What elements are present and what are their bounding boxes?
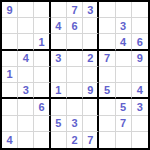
sudoku-cell-r8c3[interactable] [34, 116, 50, 132]
sudoku-cell-r5c9[interactable] [132, 67, 148, 83]
sudoku-cell-r3c5[interactable] [67, 34, 83, 50]
sudoku-cell-r2c4[interactable]: 4 [51, 18, 67, 34]
sudoku-cell-r4c6[interactable]: 2 [83, 51, 99, 67]
sudoku-cell-r6c2[interactable]: 3 [18, 83, 34, 99]
sudoku-cell-r8c6[interactable] [83, 116, 99, 132]
sudoku-cell-r7c5[interactable] [67, 99, 83, 115]
sudoku-cell-r4c3[interactable] [34, 51, 50, 67]
sudoku-cell-r8c8[interactable]: 7 [116, 116, 132, 132]
sudoku-cell-r9c2[interactable] [18, 132, 34, 148]
sudoku-cell-r5c4[interactable] [51, 67, 67, 83]
sudoku-cell-r6c3[interactable] [34, 83, 50, 99]
sudoku-cell-r5c8[interactable] [116, 67, 132, 83]
sudoku-cell-r3c9[interactable]: 6 [132, 34, 148, 50]
sudoku-cell-r2c9[interactable] [132, 18, 148, 34]
sudoku-cell-r7c4[interactable] [51, 99, 67, 115]
sudoku-cell-r1c3[interactable] [34, 2, 50, 18]
sudoku-cell-r1c4[interactable] [51, 2, 67, 18]
sudoku-cell-r7c2[interactable] [18, 99, 34, 115]
sudoku-cell-r2c6[interactable] [83, 18, 99, 34]
sudoku-cell-r1c1[interactable]: 9 [2, 2, 18, 18]
sudoku-cell-r7c8[interactable]: 5 [116, 99, 132, 115]
sudoku-cell-r3c8[interactable]: 4 [116, 34, 132, 50]
sudoku-cell-r3c1[interactable] [2, 34, 18, 50]
sudoku-cell-r4c1[interactable] [2, 51, 18, 67]
sudoku-cell-r5c5[interactable] [67, 67, 83, 83]
sudoku-cell-r8c1[interactable] [2, 116, 18, 132]
sudoku-cell-r3c7[interactable] [99, 34, 115, 50]
sudoku-cell-r1c9[interactable] [132, 2, 148, 18]
sudoku-cell-r9c9[interactable] [132, 132, 148, 148]
sudoku-cell-r7c3[interactable]: 6 [34, 99, 50, 115]
sudoku-cell-r8c2[interactable] [18, 116, 34, 132]
sudoku-cell-r9c7[interactable] [99, 132, 115, 148]
sudoku-cell-r6c5[interactable] [67, 83, 83, 99]
sudoku-cell-r7c9[interactable]: 3 [132, 99, 148, 115]
sudoku-cell-r1c8[interactable] [116, 2, 132, 18]
sudoku-cell-r6c6[interactable]: 9 [83, 83, 99, 99]
sudoku-cell-r2c2[interactable] [18, 18, 34, 34]
sudoku-cell-r6c7[interactable]: 5 [99, 83, 115, 99]
sudoku-cell-r4c2[interactable]: 4 [18, 51, 34, 67]
sudoku-cell-r5c3[interactable] [34, 67, 50, 83]
sudoku-cell-r8c4[interactable]: 5 [51, 116, 67, 132]
sudoku-cell-r3c6[interactable] [83, 34, 99, 50]
sudoku-cell-r5c7[interactable] [99, 67, 115, 83]
sudoku-cell-r4c7[interactable]: 7 [99, 51, 115, 67]
sudoku-cell-r1c6[interactable]: 3 [83, 2, 99, 18]
sudoku-cell-r7c1[interactable] [2, 99, 18, 115]
sudoku-cell-r7c7[interactable] [99, 99, 115, 115]
sudoku-cell-r4c4[interactable]: 3 [51, 51, 67, 67]
sudoku-cell-r9c8[interactable] [116, 132, 132, 148]
sudoku-cell-r5c6[interactable] [83, 67, 99, 83]
sudoku-cell-r3c2[interactable] [18, 34, 34, 50]
sudoku-cell-r6c8[interactable] [116, 83, 132, 99]
sudoku-cell-r9c4[interactable] [51, 132, 67, 148]
sudoku-cell-r6c1[interactable] [2, 83, 18, 99]
sudoku-cell-r1c7[interactable] [99, 2, 115, 18]
sudoku-cell-r9c6[interactable]: 7 [83, 132, 99, 148]
sudoku-cell-r8c7[interactable] [99, 116, 115, 132]
sudoku-cell-r9c3[interactable] [34, 132, 50, 148]
sudoku-cell-r4c5[interactable] [67, 51, 83, 67]
sudoku-cell-r2c1[interactable] [2, 18, 18, 34]
sudoku-cell-r4c8[interactable] [116, 51, 132, 67]
sudoku-cell-r4c9[interactable]: 9 [132, 51, 148, 67]
sudoku-cell-r9c1[interactable]: 4 [2, 132, 18, 148]
sudoku-board: 97346314643279131954653537427 [0, 0, 150, 150]
sudoku-cell-r2c8[interactable]: 3 [116, 18, 132, 34]
sudoku-cell-r8c9[interactable] [132, 116, 148, 132]
sudoku-cell-r2c3[interactable] [34, 18, 50, 34]
sudoku-cell-r8c5[interactable]: 3 [67, 116, 83, 132]
sudoku-cell-r6c9[interactable]: 4 [132, 83, 148, 99]
sudoku-cell-r9c5[interactable]: 2 [67, 132, 83, 148]
sudoku-cell-r2c5[interactable]: 6 [67, 18, 83, 34]
sudoku-cell-r1c5[interactable]: 7 [67, 2, 83, 18]
sudoku-cell-r6c4[interactable]: 1 [51, 83, 67, 99]
sudoku-cell-r2c7[interactable] [99, 18, 115, 34]
sudoku-cell-r7c6[interactable] [83, 99, 99, 115]
sudoku-cell-r1c2[interactable] [18, 2, 34, 18]
sudoku-cell-r5c1[interactable]: 1 [2, 67, 18, 83]
sudoku-cell-r5c2[interactable] [18, 67, 34, 83]
sudoku-cell-r3c3[interactable]: 1 [34, 34, 50, 50]
sudoku-cell-r3c4[interactable] [51, 34, 67, 50]
